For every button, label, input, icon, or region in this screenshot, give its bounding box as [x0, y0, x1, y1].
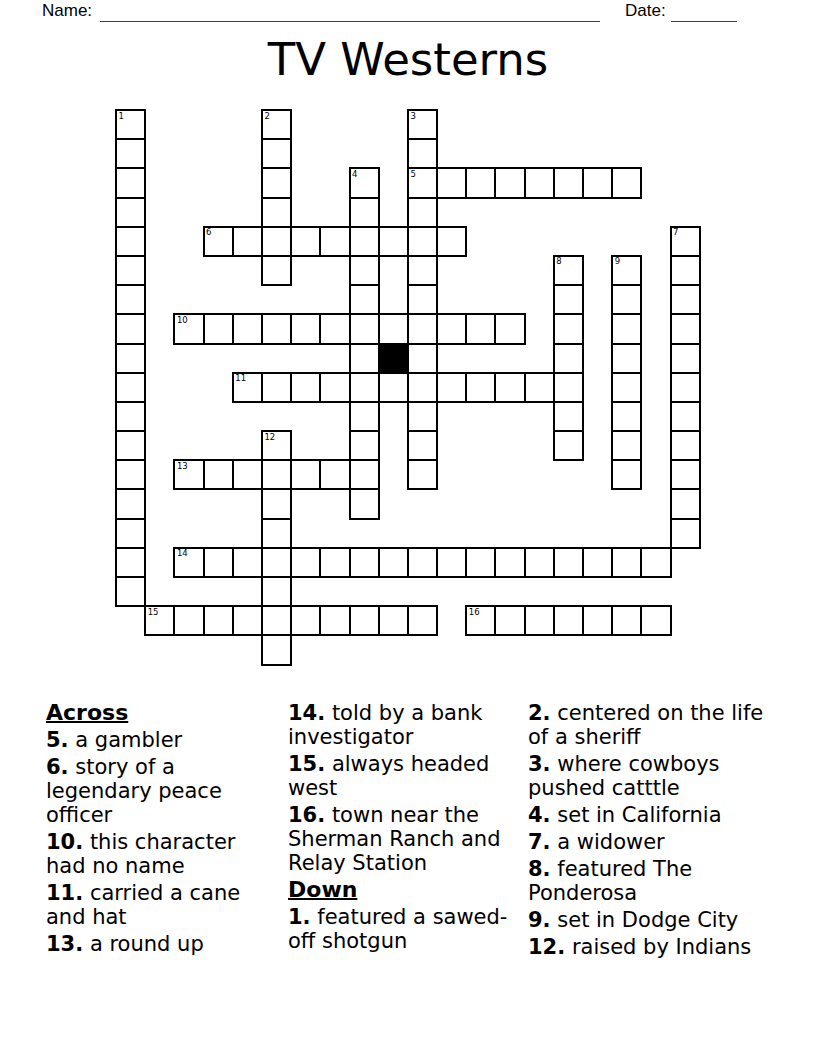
grid-cell-r11c19[interactable]: [671, 431, 700, 460]
grid-cell-r1c10[interactable]: [408, 139, 437, 168]
name-label: Name:: [42, 1, 92, 21]
grid-cell-r7c9[interactable]: [379, 314, 408, 343]
grid-cell-r5c17[interactable]: 9: [612, 256, 641, 285]
grid-cell-r11c15[interactable]: [554, 431, 583, 460]
grid-cell-r8c19[interactable]: [671, 344, 700, 373]
clue-num-label: 3.: [528, 752, 551, 776]
empty-cell: [525, 227, 554, 256]
grid-cell-r15c9[interactable]: [379, 548, 408, 577]
grid-cell-r17c4[interactable]: [233, 606, 262, 635]
grid-cell-r2c11[interactable]: [437, 168, 466, 197]
empty-cell: [583, 285, 612, 314]
clue-num-label: 16.: [288, 803, 325, 827]
grid-cell-r17c13[interactable]: [495, 606, 524, 635]
empty-cell: [116, 635, 145, 664]
empty-cell: [379, 431, 408, 460]
empty-cell: [204, 577, 233, 606]
empty-cell: [145, 227, 174, 256]
empty-cell: [204, 519, 233, 548]
empty-cell: [554, 139, 583, 168]
grid-cell-r17c5[interactable]: [262, 606, 291, 635]
empty-cell: [379, 460, 408, 489]
clue-10: 10. this character had no name: [46, 830, 272, 878]
grid-cell-r12c3[interactable]: [204, 460, 233, 489]
empty-cell: [641, 227, 670, 256]
empty-cell: [145, 110, 174, 139]
black-cell: [379, 344, 408, 373]
grid-cell-r9c10[interactable]: [408, 373, 437, 402]
empty-cell: [583, 256, 612, 285]
date-blank-line[interactable]: [671, 4, 737, 22]
grid-cell-r2c13[interactable]: [495, 168, 524, 197]
grid-cell-r7c12[interactable]: [466, 314, 495, 343]
grid-cell-r2c14[interactable]: [525, 168, 554, 197]
grid-cell-r5c8[interactable]: [350, 256, 379, 285]
clue-num-label: 7.: [528, 830, 551, 854]
grid-cell-r4c4[interactable]: [233, 227, 262, 256]
grid-cell-r2c10[interactable]: 5: [408, 168, 437, 197]
grid-cell-r12c7[interactable]: [320, 460, 349, 489]
empty-cell: [174, 198, 203, 227]
grid-cell-r15c18[interactable]: [641, 548, 670, 577]
empty-cell: [174, 519, 203, 548]
grid-cell-r8c15[interactable]: [554, 344, 583, 373]
empty-cell: [174, 139, 203, 168]
grid-cell-r15c10[interactable]: [408, 548, 437, 577]
grid-cell-r17c14[interactable]: [525, 606, 554, 635]
empty-cell: [641, 577, 670, 606]
grid-cell-r9c17[interactable]: [612, 373, 641, 402]
empty-cell: [174, 489, 203, 518]
grid-cell-r13c8[interactable]: [350, 489, 379, 518]
grid-cell-r15c14[interactable]: [525, 548, 554, 577]
empty-cell: [233, 198, 262, 227]
grid-cell-r10c0[interactable]: [116, 402, 145, 431]
clue-15: 15. always headed west: [288, 752, 526, 800]
empty-cell: [174, 344, 203, 373]
grid-cell-r17c16[interactable]: [583, 606, 612, 635]
clue-number-12: 12: [264, 433, 275, 442]
empty-cell: [466, 139, 495, 168]
clue-11: 11. carried a cane and hat: [46, 881, 272, 929]
grid-cell-r15c5[interactable]: [262, 548, 291, 577]
empty-cell: [174, 256, 203, 285]
grid-cell-r6c0[interactable]: [116, 285, 145, 314]
grid-cell-r2c15[interactable]: [554, 168, 583, 197]
grid-cell-r16c5[interactable]: [262, 577, 291, 606]
empty-cell: [320, 402, 349, 431]
empty-cell: [174, 227, 203, 256]
grid-cell-r11c10[interactable]: [408, 431, 437, 460]
empty-cell: [291, 577, 320, 606]
empty-cell: [641, 489, 670, 518]
empty-cell: [583, 489, 612, 518]
empty-cell: [554, 635, 583, 664]
empty-cell: [174, 577, 203, 606]
clue-3: 3. where cowboys pushed catttle: [528, 752, 780, 800]
empty-cell: [612, 110, 641, 139]
empty-cell: [204, 373, 233, 402]
empty-cell: [145, 373, 174, 402]
grid-cell-r6c19[interactable]: [671, 285, 700, 314]
grid-cell-r12c10[interactable]: [408, 460, 437, 489]
grid-cell-r3c10[interactable]: [408, 198, 437, 227]
grid-cell-r17c2[interactable]: [174, 606, 203, 635]
grid-cell-r16c0[interactable]: [116, 577, 145, 606]
empty-cell: [495, 519, 524, 548]
empty-cell: [204, 198, 233, 227]
grid-cell-r12c4[interactable]: [233, 460, 262, 489]
grid-cell-r3c8[interactable]: [350, 198, 379, 227]
grid-cell-r12c2[interactable]: 13: [174, 460, 203, 489]
grid-cell-r14c19[interactable]: [671, 519, 700, 548]
empty-cell: [437, 489, 466, 518]
grid-cell-r8c8[interactable]: [350, 344, 379, 373]
empty-cell: [350, 110, 379, 139]
empty-cell: [379, 256, 408, 285]
grid-cell-r10c17[interactable]: [612, 402, 641, 431]
empty-cell: [612, 227, 641, 256]
empty-cell: [641, 168, 670, 197]
empty-cell: [204, 256, 233, 285]
empty-cell: [291, 344, 320, 373]
empty-cell: [233, 402, 262, 431]
empty-cell: [612, 139, 641, 168]
clue-number-16: 16: [469, 608, 480, 617]
grid-cell-r9c9[interactable]: [379, 373, 408, 402]
grid-cell-r5c0[interactable]: [116, 256, 145, 285]
grid-cell-r9c15[interactable]: [554, 373, 583, 402]
grid-cell-r17c9[interactable]: [379, 606, 408, 635]
grid-cell-r15c12[interactable]: [466, 548, 495, 577]
empty-cell: [671, 577, 700, 606]
grid-cell-r10c15[interactable]: [554, 402, 583, 431]
grid-cell-r10c10[interactable]: [408, 402, 437, 431]
empty-cell: [437, 256, 466, 285]
empty-cell: [320, 139, 349, 168]
empty-cell: [145, 519, 174, 548]
empty-cell: [379, 635, 408, 664]
grid-cell-r7c8[interactable]: [350, 314, 379, 343]
empty-cell: [233, 519, 262, 548]
empty-cell: [320, 285, 349, 314]
empty-cell: [174, 110, 203, 139]
empty-cell: [612, 489, 641, 518]
grid-cell-r15c11[interactable]: [437, 548, 466, 577]
grid-cell-r12c17[interactable]: [612, 460, 641, 489]
grid-cell-r9c13[interactable]: [495, 373, 524, 402]
empty-cell: [583, 635, 612, 664]
grid-cell-r7c7[interactable]: [320, 314, 349, 343]
clue-4: 4. set in California: [528, 803, 780, 827]
grid-cell-r5c10[interactable]: [408, 256, 437, 285]
grid-cell-r7c15[interactable]: [554, 314, 583, 343]
empty-cell: [262, 285, 291, 314]
empty-cell: [525, 344, 554, 373]
grid-cell-r0c5[interactable]: 2: [262, 110, 291, 139]
clue-number-15: 15: [148, 608, 159, 617]
empty-cell: [525, 198, 554, 227]
grid-cell-r15c8[interactable]: [350, 548, 379, 577]
grid-cell-r11c17[interactable]: [612, 431, 641, 460]
empty-cell: [291, 256, 320, 285]
empty-cell: [671, 548, 700, 577]
grid-cell-r15c17[interactable]: [612, 548, 641, 577]
empty-cell: [466, 489, 495, 518]
empty-cell: [641, 139, 670, 168]
grid-cell-r8c0[interactable]: [116, 344, 145, 373]
empty-cell: [495, 635, 524, 664]
empty-cell: [466, 519, 495, 548]
grid-cell-r17c3[interactable]: [204, 606, 233, 635]
grid-cell-r9c6[interactable]: [291, 373, 320, 402]
clue-number-7: 7: [673, 228, 678, 237]
empty-cell: [583, 402, 612, 431]
clue-num-label: 14.: [288, 701, 325, 725]
empty-cell: [291, 285, 320, 314]
date-label: Date:: [625, 1, 666, 21]
grid-cell-r17c1[interactable]: 15: [145, 606, 174, 635]
grid-cell-r6c8[interactable]: [350, 285, 379, 314]
grid-cell-r5c5[interactable]: [262, 256, 291, 285]
grid-cell-r15c13[interactable]: [495, 548, 524, 577]
empty-cell: [437, 635, 466, 664]
empty-cell: [350, 577, 379, 606]
empty-cell: [641, 285, 670, 314]
grid-cell-r11c8[interactable]: [350, 431, 379, 460]
grid-cell-r12c5[interactable]: [262, 460, 291, 489]
grid-cell-r15c4[interactable]: [233, 548, 262, 577]
grid-cell-r9c4[interactable]: 11: [233, 373, 262, 402]
grid-cell-r3c0[interactable]: [116, 198, 145, 227]
empty-cell: [291, 489, 320, 518]
empty-cell: [495, 460, 524, 489]
empty-cell: [204, 285, 233, 314]
empty-cell: [525, 489, 554, 518]
grid-cell-r13c5[interactable]: [262, 489, 291, 518]
grid-cell-r10c19[interactable]: [671, 402, 700, 431]
empty-cell: [145, 314, 174, 343]
grid-cell-r18c5[interactable]: [262, 635, 291, 664]
grid-cell-r4c0[interactable]: [116, 227, 145, 256]
empty-cell: [495, 489, 524, 518]
empty-cell: [379, 285, 408, 314]
clue-number-14: 14: [177, 549, 188, 558]
grid-cell-r4c11[interactable]: [437, 227, 466, 256]
grid-cell-r14c0[interactable]: [116, 519, 145, 548]
empty-cell: [379, 168, 408, 197]
grid-cell-r9c14[interactable]: [525, 373, 554, 402]
grid-cell-r7c4[interactable]: [233, 314, 262, 343]
empty-cell: [554, 577, 583, 606]
empty-cell: [379, 110, 408, 139]
grid-cell-r8c10[interactable]: [408, 344, 437, 373]
grid-cell-r4c3[interactable]: 6: [204, 227, 233, 256]
empty-cell: [612, 635, 641, 664]
clue-6: 6. story of a legendary peace officer: [46, 755, 272, 827]
grid-cell-r5c19[interactable]: [671, 256, 700, 285]
grid-cell-r17c18[interactable]: [641, 606, 670, 635]
grid-cell-r13c19[interactable]: [671, 489, 700, 518]
grid-cell-r7c3[interactable]: [204, 314, 233, 343]
empty-cell: [495, 431, 524, 460]
grid-cell-r7c13[interactable]: [495, 314, 524, 343]
clue-9: 9. set in Dodge City: [528, 908, 780, 932]
grid-cell-r4c6[interactable]: [291, 227, 320, 256]
grid-cell-r13c0[interactable]: [116, 489, 145, 518]
empty-cell: [320, 431, 349, 460]
grid-cell-r2c5[interactable]: [262, 168, 291, 197]
grid-cell-r9c0[interactable]: [116, 373, 145, 402]
grid-cell-r4c10[interactable]: [408, 227, 437, 256]
empty-cell: [525, 314, 554, 343]
empty-cell: [408, 635, 437, 664]
empty-cell: [204, 431, 233, 460]
grid-cell-r15c7[interactable]: [320, 548, 349, 577]
grid-cell-r7c6[interactable]: [291, 314, 320, 343]
grid-cell-r7c17[interactable]: [612, 314, 641, 343]
empty-cell: [583, 373, 612, 402]
clue-num-label: 10.: [46, 830, 83, 854]
grid-cell-r11c0[interactable]: [116, 431, 145, 460]
clue-13: 13. a round up: [46, 932, 272, 956]
empty-cell: [554, 489, 583, 518]
empty-cell: [379, 402, 408, 431]
grid-cell-r7c19[interactable]: [671, 314, 700, 343]
empty-cell: [525, 285, 554, 314]
empty-cell: [204, 139, 233, 168]
grid-cell-r7c0[interactable]: [116, 314, 145, 343]
empty-cell: [204, 402, 233, 431]
grid-cell-r9c5[interactable]: [262, 373, 291, 402]
grid-cell-r9c8[interactable]: [350, 373, 379, 402]
empty-cell: [233, 489, 262, 518]
grid-cell-r4c7[interactable]: [320, 227, 349, 256]
grid-cell-r2c16[interactable]: [583, 168, 612, 197]
empty-cell: [495, 577, 524, 606]
grid-cell-r5c15[interactable]: 8: [554, 256, 583, 285]
grid-cell-r9c19[interactable]: [671, 373, 700, 402]
grid-cell-r15c15[interactable]: [554, 548, 583, 577]
empty-cell: [641, 402, 670, 431]
grid-cell-r9c12[interactable]: [466, 373, 495, 402]
grid-cell-r15c3[interactable]: [204, 548, 233, 577]
empty-cell: [320, 519, 349, 548]
grid-cell-r17c15[interactable]: [554, 606, 583, 635]
grid-cell-r12c19[interactable]: [671, 460, 700, 489]
empty-cell: [204, 635, 233, 664]
grid-cell-r1c5[interactable]: [262, 139, 291, 168]
grid-cell-r2c8[interactable]: 4: [350, 168, 379, 197]
clue-num-label: 13.: [46, 932, 83, 956]
empty-cell: [612, 198, 641, 227]
grid-cell-r12c0[interactable]: [116, 460, 145, 489]
empty-cell: [671, 198, 700, 227]
grid-cell-r4c5[interactable]: [262, 227, 291, 256]
empty-cell: [233, 139, 262, 168]
grid-cell-r12c6[interactable]: [291, 460, 320, 489]
empty-cell: [437, 139, 466, 168]
grid-cell-r17c12[interactable]: 16: [466, 606, 495, 635]
empty-cell: [350, 519, 379, 548]
grid-cell-r4c9[interactable]: [379, 227, 408, 256]
clue-num-label: 5.: [46, 728, 69, 752]
empty-cell: [145, 460, 174, 489]
empty-cell: [466, 635, 495, 664]
empty-cell: [437, 198, 466, 227]
grid-cell-r7c11[interactable]: [437, 314, 466, 343]
grid-cell-r15c6[interactable]: [291, 548, 320, 577]
empty-cell: [466, 577, 495, 606]
grid-cell-r4c8[interactable]: [350, 227, 379, 256]
empty-cell: [408, 577, 437, 606]
clue-2: 2. centered on the life of a sheriff: [528, 701, 780, 749]
empty-cell: [583, 519, 612, 548]
grid-cell-r12c8[interactable]: [350, 460, 379, 489]
grid-cell-r6c10[interactable]: [408, 285, 437, 314]
clue-1: 1. featured a sawed-off shotgun: [288, 905, 526, 953]
grid-cell-r7c5[interactable]: [262, 314, 291, 343]
empty-cell: [408, 489, 437, 518]
grid-cell-r14c5[interactable]: [262, 519, 291, 548]
grid-cell-r2c17[interactable]: [612, 168, 641, 197]
empty-cell: [466, 285, 495, 314]
empty-cell: [233, 285, 262, 314]
empty-cell: [583, 227, 612, 256]
empty-cell: [437, 519, 466, 548]
grid-cell-r3c5[interactable]: [262, 198, 291, 227]
grid-cell-r6c15[interactable]: [554, 285, 583, 314]
grid-cell-r17c17[interactable]: [612, 606, 641, 635]
empty-cell: [437, 285, 466, 314]
grid-cell-r0c0[interactable]: 1: [116, 110, 145, 139]
grid-cell-r17c7[interactable]: [320, 606, 349, 635]
empty-cell: [174, 168, 203, 197]
empty-cell: [174, 431, 203, 460]
grid-cell-r17c8[interactable]: [350, 606, 379, 635]
grid-cell-r17c6[interactable]: [291, 606, 320, 635]
grid-cell-r9c11[interactable]: [437, 373, 466, 402]
name-blank-line[interactable]: [100, 4, 600, 22]
grid-cell-r4c19[interactable]: 7: [671, 227, 700, 256]
grid-cell-r6c17[interactable]: [612, 285, 641, 314]
grid-cell-r11c5[interactable]: 12: [262, 431, 291, 460]
grid-cell-r15c16[interactable]: [583, 548, 612, 577]
clue-number-6: 6: [206, 228, 211, 237]
empty-cell: [671, 635, 700, 664]
empty-cell: [525, 110, 554, 139]
grid-cell-r7c10[interactable]: [408, 314, 437, 343]
grid-cell-r17c10[interactable]: [408, 606, 437, 635]
clue-num-label: 11.: [46, 881, 83, 905]
grid-cell-r10c8[interactable]: [350, 402, 379, 431]
grid-cell-r15c2[interactable]: 14: [174, 548, 203, 577]
grid-cell-r1c0[interactable]: [116, 139, 145, 168]
empty-cell: [350, 139, 379, 168]
puzzle-title: TV Westerns: [0, 33, 816, 87]
grid-cell-r0c10[interactable]: 3: [408, 110, 437, 139]
empty-cell: [437, 344, 466, 373]
empty-cell: [583, 460, 612, 489]
grid-cell-r8c17[interactable]: [612, 344, 641, 373]
grid-cell-r2c0[interactable]: [116, 168, 145, 197]
grid-cell-r7c2[interactable]: 10: [174, 314, 203, 343]
grid-cell-r15c0[interactable]: [116, 548, 145, 577]
clue-num-label: 12.: [528, 935, 565, 959]
empty-cell: [671, 606, 700, 635]
grid-cell-r2c12[interactable]: [466, 168, 495, 197]
grid-cell-r9c7[interactable]: [320, 373, 349, 402]
